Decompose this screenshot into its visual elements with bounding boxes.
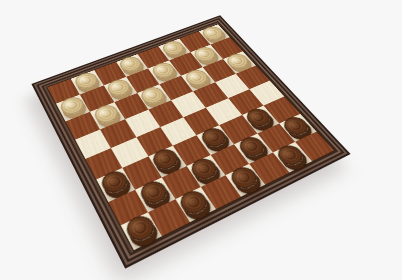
checkers-board <box>31 15 350 268</box>
checkers-product-photo <box>0 0 402 280</box>
